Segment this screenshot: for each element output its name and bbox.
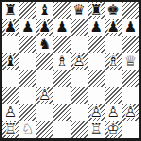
piece-glyph: ♟: [36, 19, 53, 36]
square-a2[interactable]: ♟♙: [2, 104, 19, 121]
black-queen-piece: ♛♛: [71, 2, 88, 19]
square-b4[interactable]: [19, 70, 36, 87]
piece-glyph: ♚: [105, 2, 122, 19]
white-pawn-piece: ♟♙: [2, 104, 19, 121]
square-a8[interactable]: ♜♜: [2, 2, 19, 19]
square-d7[interactable]: ♟♟: [53, 19, 70, 36]
black-pawn-piece: ♟♟: [122, 19, 139, 36]
square-h4[interactable]: [122, 70, 139, 87]
black-bishop-piece: ♝♝: [2, 53, 19, 70]
square-b3[interactable]: [19, 87, 36, 104]
square-b6[interactable]: [19, 36, 36, 53]
white-pawn-piece: ♟♙: [122, 104, 139, 121]
square-e4[interactable]: [71, 70, 88, 87]
square-a4[interactable]: [2, 70, 19, 87]
chess-board: ♜♜♝♝♛♛♜♜♚♚♟♟♟♟♟♟♟♟♟♟♟♟♟♟♞♞♝♝♝♗♟♙♝♗♛♕♟♙♟♙…: [2, 2, 139, 138]
square-f2[interactable]: ♟♙: [88, 104, 105, 121]
black-king-piece: ♚♚: [105, 2, 122, 19]
square-c2[interactable]: [36, 104, 53, 121]
square-f1[interactable]: ♜♖: [88, 121, 105, 138]
square-g4[interactable]: [105, 70, 122, 87]
black-rook-piece: ♜♜: [2, 2, 19, 19]
piece-glyph: ♗: [105, 53, 122, 70]
square-g7[interactable]: ♟♟: [105, 19, 122, 36]
square-a6[interactable]: [2, 36, 19, 53]
piece-glyph: ♙: [105, 104, 122, 121]
square-e5[interactable]: ♟♙: [71, 53, 88, 70]
white-rook-piece: ♜♖: [2, 121, 19, 138]
square-c1[interactable]: [36, 121, 53, 138]
black-pawn-piece: ♟♟: [36, 19, 53, 36]
piece-glyph: ♟: [2, 19, 19, 36]
piece-glyph: ♗: [53, 53, 70, 70]
square-c8[interactable]: ♝♝: [36, 2, 53, 19]
square-h6[interactable]: [122, 36, 139, 53]
square-d8[interactable]: [53, 2, 70, 19]
chess-diagram: ♜♜♝♝♛♛♜♜♚♚♟♟♟♟♟♟♟♟♟♟♟♟♟♟♞♞♝♝♝♗♟♙♝♗♛♕♟♙♟♙…: [0, 0, 141, 141]
piece-glyph: ♖: [88, 121, 105, 138]
square-d3[interactable]: [53, 87, 70, 104]
piece-glyph: ♙: [88, 104, 105, 121]
square-c4[interactable]: [36, 70, 53, 87]
black-pawn-piece: ♟♟: [105, 19, 122, 36]
square-d2[interactable]: [53, 104, 70, 121]
square-g8[interactable]: ♚♚: [105, 2, 122, 19]
square-g3[interactable]: [105, 87, 122, 104]
square-d1[interactable]: [53, 121, 70, 138]
piece-glyph: ♟: [19, 19, 36, 36]
piece-glyph: ♜: [88, 2, 105, 19]
piece-glyph: ♙: [36, 87, 53, 104]
white-king-piece: ♚♔: [105, 121, 122, 138]
white-knight-piece: ♞♘: [19, 121, 36, 138]
piece-glyph: ♘: [19, 121, 36, 138]
white-rook-piece: ♜♖: [88, 121, 105, 138]
piece-glyph: ♙: [71, 53, 88, 70]
square-b8[interactable]: [19, 2, 36, 19]
square-h8[interactable]: [122, 2, 139, 19]
piece-glyph: ♝: [36, 2, 53, 19]
black-pawn-piece: ♟♟: [2, 19, 19, 36]
piece-glyph: ♔: [105, 121, 122, 138]
square-g6[interactable]: [105, 36, 122, 53]
square-b7[interactable]: ♟♟: [19, 19, 36, 36]
square-e3[interactable]: [71, 87, 88, 104]
square-f6[interactable]: [88, 36, 105, 53]
square-g2[interactable]: ♟♙: [105, 104, 122, 121]
black-pawn-piece: ♟♟: [88, 19, 105, 36]
square-d5[interactable]: ♝♗: [53, 53, 70, 70]
square-c3[interactable]: ♟♙: [36, 87, 53, 104]
piece-glyph: ♝: [2, 53, 19, 70]
square-a5[interactable]: ♝♝: [2, 53, 19, 70]
square-c7[interactable]: ♟♟: [36, 19, 53, 36]
square-h7[interactable]: ♟♟: [122, 19, 139, 36]
piece-glyph: ♟: [53, 19, 70, 36]
square-b5[interactable]: [19, 53, 36, 70]
piece-glyph: ♙: [122, 104, 139, 121]
square-f8[interactable]: ♜♜: [88, 2, 105, 19]
square-e6[interactable]: [71, 36, 88, 53]
piece-glyph: ♙: [2, 104, 19, 121]
square-e2[interactable]: [71, 104, 88, 121]
white-queen-piece: ♛♕: [122, 53, 139, 70]
square-e8[interactable]: ♛♛: [71, 2, 88, 19]
white-pawn-piece: ♟♙: [71, 53, 88, 70]
square-f3[interactable]: [88, 87, 105, 104]
white-bishop-piece: ♝♗: [53, 53, 70, 70]
black-rook-piece: ♜♜: [88, 2, 105, 19]
white-pawn-piece: ♟♙: [105, 104, 122, 121]
square-d4[interactable]: [53, 70, 70, 87]
piece-glyph: ♕: [122, 53, 139, 70]
piece-glyph: ♜: [2, 2, 19, 19]
square-h5[interactable]: ♛♕: [122, 53, 139, 70]
square-a1[interactable]: ♜♖: [2, 121, 19, 138]
piece-glyph: ♟: [88, 19, 105, 36]
square-f7[interactable]: ♟♟: [88, 19, 105, 36]
square-e7[interactable]: [71, 19, 88, 36]
white-bishop-piece: ♝♗: [105, 53, 122, 70]
square-h1[interactable]: [122, 121, 139, 138]
piece-glyph: ♞: [36, 36, 53, 53]
piece-glyph: ♛: [71, 2, 88, 19]
square-e1[interactable]: [71, 121, 88, 138]
piece-glyph: ♟: [105, 19, 122, 36]
black-pawn-piece: ♟♟: [19, 19, 36, 36]
black-pawn-piece: ♟♟: [53, 19, 70, 36]
square-a7[interactable]: ♟♟: [2, 19, 19, 36]
square-g5[interactable]: ♝♗: [105, 53, 122, 70]
square-g1[interactable]: ♚♔: [105, 121, 122, 138]
square-f4[interactable]: [88, 70, 105, 87]
black-knight-piece: ♞♞: [36, 36, 53, 53]
piece-glyph: ♟: [122, 19, 139, 36]
square-c6[interactable]: ♞♞: [36, 36, 53, 53]
piece-glyph: ♖: [2, 121, 19, 138]
square-c5[interactable]: [36, 53, 53, 70]
square-b2[interactable]: [19, 104, 36, 121]
white-pawn-piece: ♟♙: [88, 104, 105, 121]
square-f5[interactable]: [88, 53, 105, 70]
square-b1[interactable]: ♞♘: [19, 121, 36, 138]
black-bishop-piece: ♝♝: [36, 2, 53, 19]
square-h3[interactable]: [122, 87, 139, 104]
square-a3[interactable]: [2, 87, 19, 104]
square-d6[interactable]: [53, 36, 70, 53]
square-h2[interactable]: ♟♙: [122, 104, 139, 121]
white-pawn-piece: ♟♙: [36, 87, 53, 104]
